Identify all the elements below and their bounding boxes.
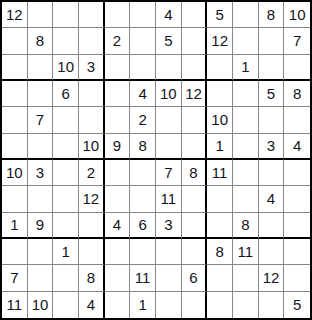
cell-r6c12[interactable]: 4 — [284, 134, 310, 160]
cell-r1c4[interactable] — [79, 2, 105, 28]
cell-r9c11[interactable] — [259, 213, 285, 239]
cell-r1c2[interactable] — [28, 2, 54, 28]
cell-r10c2[interactable] — [28, 239, 54, 265]
cell-r6c10[interactable] — [233, 134, 259, 160]
cell-r5c2[interactable]: 7 — [28, 107, 54, 133]
cell-r1c8[interactable] — [182, 2, 208, 28]
cell-r3c10[interactable]: 1 — [233, 55, 259, 81]
cell-r9c7[interactable]: 3 — [156, 213, 182, 239]
cell-r7c6[interactable] — [130, 160, 156, 186]
cell-r7c1[interactable]: 10 — [2, 160, 28, 186]
cell-r12c11[interactable] — [259, 292, 285, 318]
cell-r11c12[interactable] — [284, 265, 310, 291]
cell-r9c1[interactable]: 1 — [2, 213, 28, 239]
cell-r5c9[interactable]: 10 — [207, 107, 233, 133]
cell-r8c7[interactable]: 11 — [156, 186, 182, 212]
cell-r12c2[interactable]: 10 — [28, 292, 54, 318]
cell-r7c4[interactable]: 2 — [79, 160, 105, 186]
cell-r9c9[interactable] — [207, 213, 233, 239]
cell-r5c5[interactable] — [105, 107, 131, 133]
cell-r10c4[interactable] — [79, 239, 105, 265]
cell-r5c10[interactable] — [233, 107, 259, 133]
cell-r5c3[interactable] — [53, 107, 79, 133]
cell-r9c10[interactable]: 8 — [233, 213, 259, 239]
cell-r5c8[interactable] — [182, 107, 208, 133]
cell-r8c8[interactable] — [182, 186, 208, 212]
cell-r2c1[interactable] — [2, 28, 28, 54]
cell-r1c3[interactable] — [53, 2, 79, 28]
cell-r8c4[interactable]: 12 — [79, 186, 105, 212]
cell-r2c11[interactable] — [259, 28, 285, 54]
cell-r4c6[interactable]: 4 — [130, 81, 156, 107]
cell-r3c7[interactable] — [156, 55, 182, 81]
cell-r1c11[interactable]: 8 — [259, 2, 285, 28]
cell-r9c4[interactable] — [79, 213, 105, 239]
cell-r8c12[interactable] — [284, 186, 310, 212]
cell-r12c9[interactable] — [207, 292, 233, 318]
cell-r4c12[interactable]: 8 — [284, 81, 310, 107]
cell-r5c1[interactable] — [2, 107, 28, 133]
cell-r6c9[interactable]: 1 — [207, 134, 233, 160]
cell-r12c12[interactable]: 5 — [284, 292, 310, 318]
cell-r4c3[interactable]: 6 — [53, 81, 79, 107]
cell-r10c6[interactable] — [130, 239, 156, 265]
cell-r2c4[interactable] — [79, 28, 105, 54]
cell-r7c5[interactable] — [105, 160, 131, 186]
cell-r3c2[interactable] — [28, 55, 54, 81]
cell-r2c8[interactable] — [182, 28, 208, 54]
cell-r12c1[interactable]: 11 — [2, 292, 28, 318]
cell-r11c10[interactable] — [233, 265, 259, 291]
cell-r11c3[interactable] — [53, 265, 79, 291]
cell-r1c6[interactable] — [130, 2, 156, 28]
cell-r2c12[interactable]: 7 — [284, 28, 310, 54]
cell-r1c12[interactable]: 10 — [284, 2, 310, 28]
cell-r6c6[interactable]: 8 — [130, 134, 156, 160]
cell-r8c2[interactable] — [28, 186, 54, 212]
cell-r11c2[interactable] — [28, 265, 54, 291]
cell-r6c3[interactable] — [53, 134, 79, 160]
cell-r7c11[interactable] — [259, 160, 285, 186]
cell-r2c6[interactable] — [130, 28, 156, 54]
cell-r12c7[interactable] — [156, 292, 182, 318]
cell-r12c6[interactable]: 1 — [130, 292, 156, 318]
cell-r2c10[interactable] — [233, 28, 259, 54]
cell-r4c2[interactable] — [28, 81, 54, 107]
cell-r4c8[interactable]: 12 — [182, 81, 208, 107]
cell-r6c4[interactable]: 10 — [79, 134, 105, 160]
cell-r10c1[interactable] — [2, 239, 28, 265]
cell-r11c9[interactable] — [207, 265, 233, 291]
cell-r3c11[interactable] — [259, 55, 285, 81]
cell-r3c12[interactable] — [284, 55, 310, 81]
cell-r1c9[interactable]: 5 — [207, 2, 233, 28]
cell-r1c5[interactable] — [105, 2, 131, 28]
cell-r9c6[interactable]: 6 — [130, 213, 156, 239]
cell-r3c8[interactable] — [182, 55, 208, 81]
cell-r6c7[interactable] — [156, 134, 182, 160]
cell-r11c11[interactable]: 12 — [259, 265, 285, 291]
cell-r8c9[interactable] — [207, 186, 233, 212]
cell-r11c7[interactable] — [156, 265, 182, 291]
cell-r10c5[interactable] — [105, 239, 131, 265]
cell-r7c9[interactable]: 11 — [207, 160, 233, 186]
cell-r1c7[interactable]: 4 — [156, 2, 182, 28]
cell-r10c9[interactable]: 8 — [207, 239, 233, 265]
cell-r3c3[interactable]: 10 — [53, 55, 79, 81]
cell-r11c4[interactable]: 8 — [79, 265, 105, 291]
cell-r10c3[interactable]: 1 — [53, 239, 79, 265]
cell-r5c7[interactable] — [156, 107, 182, 133]
cell-r2c2[interactable]: 8 — [28, 28, 54, 54]
cell-r4c10[interactable] — [233, 81, 259, 107]
cell-r7c3[interactable] — [53, 160, 79, 186]
cell-r4c7[interactable]: 10 — [156, 81, 182, 107]
cell-r3c5[interactable] — [105, 55, 131, 81]
cell-r3c6[interactable] — [130, 55, 156, 81]
cell-r12c8[interactable] — [182, 292, 208, 318]
cell-r9c2[interactable]: 9 — [28, 213, 54, 239]
cell-r5c12[interactable] — [284, 107, 310, 133]
cell-r2c3[interactable] — [53, 28, 79, 54]
cell-r10c12[interactable] — [284, 239, 310, 265]
cell-r7c12[interactable] — [284, 160, 310, 186]
cell-r7c8[interactable]: 8 — [182, 160, 208, 186]
cell-r11c1[interactable]: 7 — [2, 265, 28, 291]
sudoku-board: 1245810825127103164101258721010981341032… — [0, 0, 312, 320]
cell-r6c5[interactable]: 9 — [105, 134, 131, 160]
cell-r4c1[interactable] — [2, 81, 28, 107]
cell-r9c3[interactable] — [53, 213, 79, 239]
cell-r12c10[interactable] — [233, 292, 259, 318]
cell-r5c11[interactable] — [259, 107, 285, 133]
cell-r5c6[interactable]: 2 — [130, 107, 156, 133]
cell-r3c9[interactable] — [207, 55, 233, 81]
cell-r8c10[interactable] — [233, 186, 259, 212]
cell-r8c11[interactable]: 4 — [259, 186, 285, 212]
cell-r9c12[interactable] — [284, 213, 310, 239]
cell-r7c7[interactable]: 7 — [156, 160, 182, 186]
cell-r8c1[interactable] — [2, 186, 28, 212]
cell-r1c10[interactable] — [233, 2, 259, 28]
cell-r12c3[interactable] — [53, 292, 79, 318]
cell-r2c7[interactable]: 5 — [156, 28, 182, 54]
cell-r9c8[interactable] — [182, 213, 208, 239]
cell-r11c6[interactable]: 11 — [130, 265, 156, 291]
cell-r11c8[interactable]: 6 — [182, 265, 208, 291]
cell-r8c6[interactable] — [130, 186, 156, 212]
cell-r6c2[interactable] — [28, 134, 54, 160]
cell-r8c5[interactable] — [105, 186, 131, 212]
cell-r10c8[interactable] — [182, 239, 208, 265]
cell-r3c1[interactable] — [2, 55, 28, 81]
cell-r12c5[interactable] — [105, 292, 131, 318]
cell-r4c5[interactable] — [105, 81, 131, 107]
cell-r7c10[interactable] — [233, 160, 259, 186]
cell-r3c4[interactable]: 3 — [79, 55, 105, 81]
cell-r7c2[interactable]: 3 — [28, 160, 54, 186]
cell-r8c3[interactable] — [53, 186, 79, 212]
cell-r4c4[interactable] — [79, 81, 105, 107]
cell-r6c11[interactable]: 3 — [259, 134, 285, 160]
cell-r2c5[interactable]: 2 — [105, 28, 131, 54]
sudoku-puzzle: 1245810825127103164101258721010981341032… — [0, 0, 312, 320]
cell-r5c4[interactable] — [79, 107, 105, 133]
cell-r12c4[interactable]: 4 — [79, 292, 105, 318]
cell-r2c9[interactable]: 12 — [207, 28, 233, 54]
cell-r1c1[interactable]: 12 — [2, 2, 28, 28]
cell-r4c11[interactable]: 5 — [259, 81, 285, 107]
cell-r11c5[interactable] — [105, 265, 131, 291]
cell-r6c8[interactable] — [182, 134, 208, 160]
cell-r4c9[interactable] — [207, 81, 233, 107]
cell-r10c7[interactable] — [156, 239, 182, 265]
cell-r6c1[interactable] — [2, 134, 28, 160]
cell-r9c5[interactable]: 4 — [105, 213, 131, 239]
cell-r10c10[interactable]: 11 — [233, 239, 259, 265]
cell-r10c11[interactable] — [259, 239, 285, 265]
